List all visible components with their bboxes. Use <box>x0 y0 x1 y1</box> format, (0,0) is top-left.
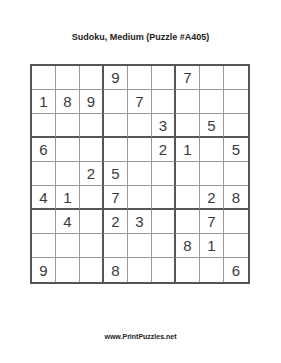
cell-r3c4 <box>104 114 128 138</box>
cell-r1c2 <box>56 66 80 90</box>
cell-r6c7 <box>176 186 200 210</box>
cell-r7c3 <box>80 210 104 234</box>
cell-r8c9 <box>224 234 248 258</box>
cell-r2c8 <box>200 90 224 114</box>
cell-r6c3 <box>80 186 104 210</box>
cell-r3c9 <box>224 114 248 138</box>
cell-r4c9: 5 <box>224 138 248 162</box>
cell-r1c1 <box>32 66 56 90</box>
sudoku-board: 9718973562152541728423781986 <box>30 64 250 284</box>
cell-r8c3 <box>80 234 104 258</box>
cell-r1c7: 7 <box>176 66 200 90</box>
cell-r5c6 <box>152 162 176 186</box>
cell-r9c1: 9 <box>32 258 56 282</box>
cell-r7c7 <box>176 210 200 234</box>
cell-r1c5 <box>128 66 152 90</box>
cell-r7c2: 4 <box>56 210 80 234</box>
cell-r3c1 <box>32 114 56 138</box>
footer-site-url: www.PrintPuzzles.net <box>0 333 281 340</box>
cell-r9c9: 6 <box>224 258 248 282</box>
cell-r4c7: 1 <box>176 138 200 162</box>
cell-r2c1: 1 <box>32 90 56 114</box>
cell-r4c6: 2 <box>152 138 176 162</box>
cell-r9c2 <box>56 258 80 282</box>
cell-r9c3 <box>80 258 104 282</box>
cell-r6c4: 7 <box>104 186 128 210</box>
cell-r8c5 <box>128 234 152 258</box>
cell-r6c2: 1 <box>56 186 80 210</box>
cell-r4c1: 6 <box>32 138 56 162</box>
cell-r2c7 <box>176 90 200 114</box>
cell-r4c5 <box>128 138 152 162</box>
cell-r3c2 <box>56 114 80 138</box>
cell-r5c2 <box>56 162 80 186</box>
cell-r6c1: 4 <box>32 186 56 210</box>
cell-r7c6 <box>152 210 176 234</box>
cell-r7c4: 2 <box>104 210 128 234</box>
cell-r8c2 <box>56 234 80 258</box>
cell-r4c8 <box>200 138 224 162</box>
cell-r2c4 <box>104 90 128 114</box>
puzzle-page: Sudoku, Medium (Puzzle #A405) 9718973562… <box>0 0 281 363</box>
cell-r9c6 <box>152 258 176 282</box>
cell-r7c9 <box>224 210 248 234</box>
cell-r4c2 <box>56 138 80 162</box>
cell-r6c6 <box>152 186 176 210</box>
cell-r2c5: 7 <box>128 90 152 114</box>
cell-r2c3: 9 <box>80 90 104 114</box>
cell-r2c2: 8 <box>56 90 80 114</box>
cell-r6c8: 2 <box>200 186 224 210</box>
cell-r1c3 <box>80 66 104 90</box>
cell-r3c7 <box>176 114 200 138</box>
cell-r6c5 <box>128 186 152 210</box>
cell-r9c7 <box>176 258 200 282</box>
cell-r5c3: 2 <box>80 162 104 186</box>
cell-r3c5 <box>128 114 152 138</box>
cell-r1c8 <box>200 66 224 90</box>
cell-r3c8: 5 <box>200 114 224 138</box>
cell-r2c9 <box>224 90 248 114</box>
cell-r9c4: 8 <box>104 258 128 282</box>
cell-r5c9 <box>224 162 248 186</box>
cell-r4c4 <box>104 138 128 162</box>
cell-r9c8 <box>200 258 224 282</box>
cell-r8c6 <box>152 234 176 258</box>
cell-r6c9: 8 <box>224 186 248 210</box>
cell-r1c9 <box>224 66 248 90</box>
cell-r8c8: 1 <box>200 234 224 258</box>
cell-r9c5 <box>128 258 152 282</box>
cell-r8c4 <box>104 234 128 258</box>
cell-r5c5 <box>128 162 152 186</box>
cell-r5c7 <box>176 162 200 186</box>
cell-r3c6: 3 <box>152 114 176 138</box>
cell-r7c5: 3 <box>128 210 152 234</box>
cell-r8c1 <box>32 234 56 258</box>
cell-r2c6 <box>152 90 176 114</box>
puzzle-title: Sudoku, Medium (Puzzle #A405) <box>0 32 281 42</box>
cell-r8c7: 8 <box>176 234 200 258</box>
cell-r1c6 <box>152 66 176 90</box>
cell-r3c3 <box>80 114 104 138</box>
cell-r7c1 <box>32 210 56 234</box>
cell-r5c1 <box>32 162 56 186</box>
cell-r7c8: 7 <box>200 210 224 234</box>
cell-r5c4: 5 <box>104 162 128 186</box>
cell-r1c4: 9 <box>104 66 128 90</box>
cell-r4c3 <box>80 138 104 162</box>
cell-r5c8 <box>200 162 224 186</box>
